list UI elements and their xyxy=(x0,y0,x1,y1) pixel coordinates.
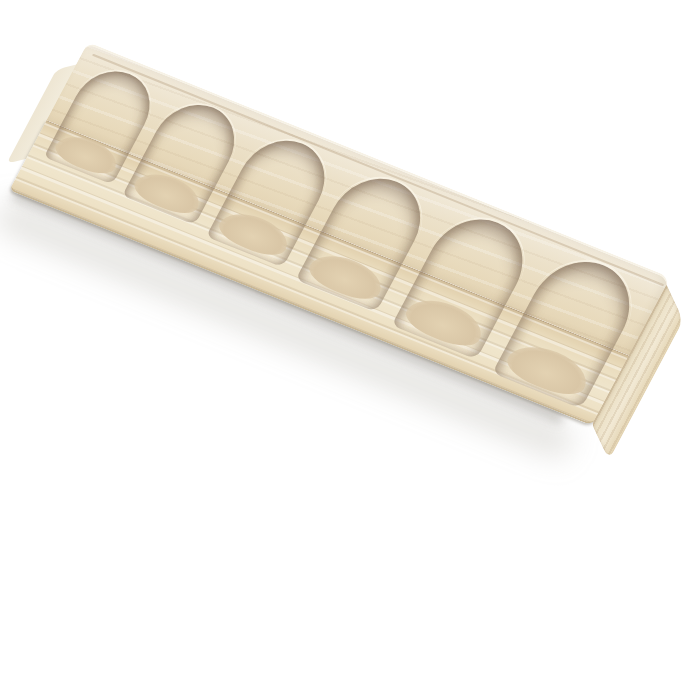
scene xyxy=(0,0,699,699)
